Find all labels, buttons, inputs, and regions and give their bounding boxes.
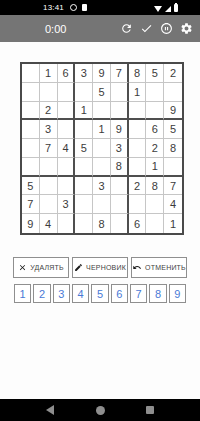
sudoku-cell-r3c9[interactable]: 9 [164,102,182,121]
sudoku-cell-r6c7[interactable] [129,158,147,177]
sudoku-cell-r1c1[interactable] [22,64,40,83]
sudoku-cell-r4c6[interactable]: 9 [111,120,129,139]
sudoku-cell-r5c7[interactable] [129,139,147,158]
sudoku-cell-r8c6[interactable] [111,195,129,214]
sudoku-cell-r8c3[interactable]: 3 [58,195,76,214]
sudoku-cell-r7c8[interactable]: 8 [146,177,164,196]
sudoku-cell-r9c5[interactable]: 8 [93,214,111,233]
back-button[interactable] [45,405,55,415]
sudoku-cell-r9c9[interactable]: 1 [164,214,182,233]
sudoku-cell-r6c1[interactable] [22,158,40,177]
numpad-button-4[interactable]: 4 [72,284,89,303]
sudoku-cell-r2c5[interactable]: 5 [93,83,111,102]
game-timer: 0:00 [45,23,66,35]
sudoku-cell-r4c4[interactable] [75,120,93,139]
sudoku-cell-r4c8[interactable]: 6 [146,120,164,139]
numpad-button-7[interactable]: 7 [130,284,147,303]
pencil-icon [74,263,83,272]
numpad-button-3[interactable]: 3 [53,284,70,303]
sudoku-cell-r4c7[interactable] [129,120,147,139]
sudoku-cell-r3c6[interactable] [111,102,129,121]
sudoku-cell-r8c5[interactable] [93,195,111,214]
close-icon [18,263,27,272]
sudoku-cell-r2c7[interactable]: 1 [129,83,147,102]
sudoku-cell-r8c8[interactable] [146,195,164,214]
alarm-icon [70,4,77,11]
restart-button[interactable] [120,22,133,35]
sudoku-cell-r9c1[interactable]: 9 [22,214,40,233]
sudoku-cell-r9c4[interactable] [75,214,93,233]
undo-button-label: ОТМЕНИТЬ [145,264,186,271]
sudoku-cell-r8c9[interactable]: 4 [164,195,182,214]
sudoku-grid: 163978525121931965745328815328773494861 [20,62,184,235]
sudoku-cell-r7c3[interactable] [58,177,76,196]
back-icon [46,405,54,415]
sudoku-cell-r4c5[interactable]: 1 [93,120,111,139]
sudoku-cell-r6c5[interactable] [93,158,111,177]
home-button[interactable] [95,405,105,415]
sudoku-cell-r3c2[interactable]: 2 [40,102,58,121]
draft-button[interactable]: ЧЕРНОВИК [72,257,128,278]
draft-button-label: ЧЕРНОВИК [86,264,126,271]
numpad-button-2[interactable]: 2 [33,284,50,303]
sudoku-cell-r3c1[interactable] [22,102,40,121]
sudoku-cell-r8c4[interactable] [75,195,93,214]
numpad-button-1[interactable]: 1 [14,284,31,303]
sudoku-cell-r5c5[interactable] [93,139,111,158]
signal-icon [165,6,171,12]
sudoku-cell-r1c6[interactable]: 7 [111,64,129,83]
status-time: 13:41 [43,3,64,12]
sudoku-cell-r3c4[interactable]: 1 [75,102,93,121]
sudoku-cell-r2c3[interactable] [58,83,76,102]
sudoku-cell-r1c7[interactable]: 8 [129,64,147,83]
sudoku-cell-r8c2[interactable] [40,195,58,214]
sudoku-cell-r9c3[interactable] [58,214,76,233]
recents-button[interactable] [145,405,155,415]
restart-icon [120,22,133,35]
sudoku-cell-r1c4[interactable]: 3 [75,64,93,83]
sudoku-cell-r5c4[interactable]: 5 [75,139,93,158]
numpad-button-6[interactable]: 6 [111,284,128,303]
sudoku-cell-r1c9[interactable]: 2 [164,64,182,83]
sudoku-cell-r7c2[interactable] [40,177,58,196]
sudoku-cell-r6c6[interactable]: 8 [111,158,129,177]
sudoku-cell-r5c3[interactable]: 4 [58,139,76,158]
sudoku-cell-r5c1[interactable] [22,139,40,158]
sudoku-cell-r2c1[interactable] [22,83,40,102]
sudoku-cell-r5c8[interactable]: 2 [146,139,164,158]
check-icon [140,22,153,35]
sudoku-cell-r6c3[interactable] [58,158,76,177]
sudoku-cell-r5c9[interactable]: 8 [164,139,182,158]
sudoku-cell-r9c6[interactable] [111,214,129,233]
pause-icon [160,22,173,35]
undo-icon [132,263,142,272]
sudoku-cell-r3c8[interactable] [146,102,164,121]
sudoku-cell-r1c8[interactable]: 5 [146,64,164,83]
sudoku-cell-r2c8[interactable] [146,83,164,102]
sudoku-cell-r2c4[interactable] [75,83,93,102]
sudoku-cell-r4c9[interactable]: 5 [164,120,182,139]
undo-button[interactable]: ОТМЕНИТЬ [131,257,187,278]
settings-button[interactable] [180,22,193,35]
app-bar: 0:00 [0,15,200,42]
sudoku-cell-r6c4[interactable] [75,158,93,177]
status-bar: 13:41 [0,0,200,15]
sudoku-app-screen: 13:41 0:00 163 [0,0,200,421]
sudoku-cell-r3c3[interactable] [58,102,76,121]
sudoku-cell-r9c2[interactable]: 4 [40,214,58,233]
sudoku-cell-r6c8[interactable]: 1 [146,158,164,177]
sudoku-cell-r9c8[interactable] [146,214,164,233]
sudoku-cell-r7c5[interactable]: 3 [93,177,111,196]
pause-button[interactable] [160,22,173,35]
home-icon [96,406,105,415]
numpad-button-9[interactable]: 9 [169,284,186,303]
sudoku-cell-r5c2[interactable]: 7 [40,139,58,158]
sudoku-cell-r4c3[interactable] [58,120,76,139]
content-area: 163978525121931965745328815328773494861 … [0,42,200,399]
sudoku-cell-r9c7[interactable]: 6 [129,214,147,233]
android-nav-bar [0,399,200,421]
sudoku-cell-r7c1[interactable]: 5 [22,177,40,196]
sudoku-cell-r5c6[interactable]: 3 [111,139,129,158]
sudoku-cell-r4c2[interactable]: 3 [40,120,58,139]
delete-button-label: УДАЛЯТЬ [30,264,64,271]
toolbar: УДАЛЯТЬ ЧЕРНОВИК ОТМЕНИТЬ [13,257,187,278]
sudoku-cell-r1c2[interactable]: 1 [40,64,58,83]
sudoku-cell-r3c7[interactable] [129,102,147,121]
battery-icon [174,4,178,12]
sudoku-cell-r8c7[interactable] [129,195,147,214]
numpad: 123456789 [14,284,186,303]
sudoku-cell-r1c5[interactable]: 9 [93,64,111,83]
sudoku-cell-r7c7[interactable]: 2 [129,177,147,196]
sudoku-cell-r1c3[interactable]: 6 [58,64,76,83]
numpad-button-8[interactable]: 8 [149,284,166,303]
settings-gear-icon [180,22,193,35]
sudoku-cell-r7c4[interactable] [75,177,93,196]
notification-icon [82,4,87,11]
sudoku-cell-r7c9[interactable]: 7 [164,177,182,196]
check-button[interactable] [140,22,153,35]
sudoku-cell-r2c6[interactable] [111,83,129,102]
sudoku-cell-r8c1[interactable]: 7 [22,195,40,214]
sudoku-cell-r6c2[interactable] [40,158,58,177]
delete-button[interactable]: УДАЛЯТЬ [13,257,69,278]
recents-icon [146,406,154,414]
numpad-button-5[interactable]: 5 [91,284,108,303]
sudoku-cell-r2c9[interactable] [164,83,182,102]
sudoku-cell-r2c2[interactable] [40,83,58,102]
wifi-icon [154,6,162,12]
sudoku-cell-r3c5[interactable] [93,102,111,121]
sudoku-cell-r7c6[interactable] [111,177,129,196]
sudoku-cell-r6c9[interactable] [164,158,182,177]
sudoku-cell-r4c1[interactable] [22,120,40,139]
